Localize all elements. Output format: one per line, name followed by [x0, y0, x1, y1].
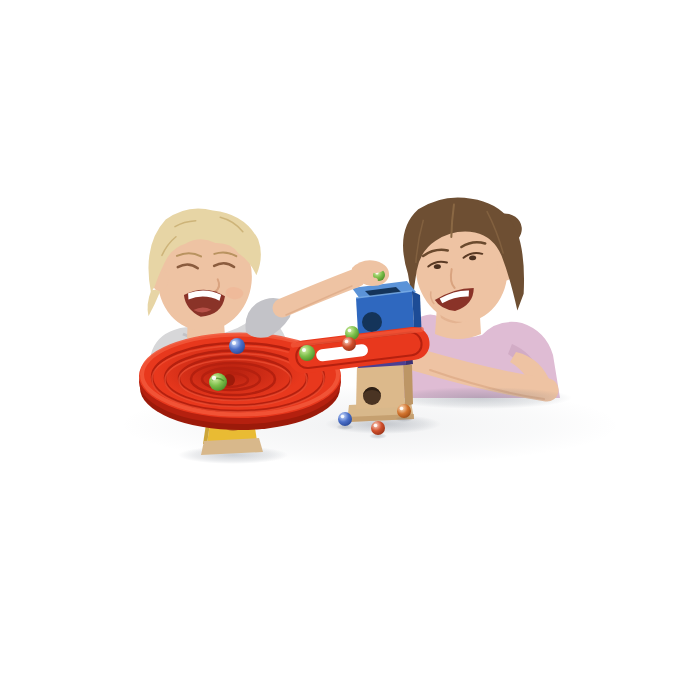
table-marble-orange — [397, 404, 411, 418]
table-marble-red — [371, 421, 385, 435]
marble-blue-rim-glint — [232, 341, 236, 345]
photo-stage — [0, 0, 680, 680]
wood-cube-front — [356, 362, 405, 409]
marble-channel-body — [299, 345, 315, 361]
table-marble-orange-glint — [400, 407, 404, 411]
marble-in-channel — [299, 345, 315, 361]
marble-collar-red-glint — [345, 340, 349, 344]
marble-collar-red — [342, 337, 356, 351]
marble-blue-on-rim — [229, 338, 245, 354]
table-marble-blue-glint — [341, 415, 345, 419]
marble-collar-green-glint — [348, 329, 352, 333]
blue-cube-front-hole — [362, 312, 382, 332]
marble-run-photo — [0, 0, 680, 680]
marble-green-on-track — [209, 373, 227, 391]
table-marble-blue — [338, 412, 352, 426]
table-marble-red-glint — [374, 424, 378, 428]
marble-blue-rim-body — [229, 338, 245, 354]
marble-channel-glint — [302, 348, 306, 352]
marble-green-track-glint — [212, 376, 216, 380]
forearm-shadow — [388, 387, 572, 409]
marble-green-track-body — [209, 373, 227, 391]
